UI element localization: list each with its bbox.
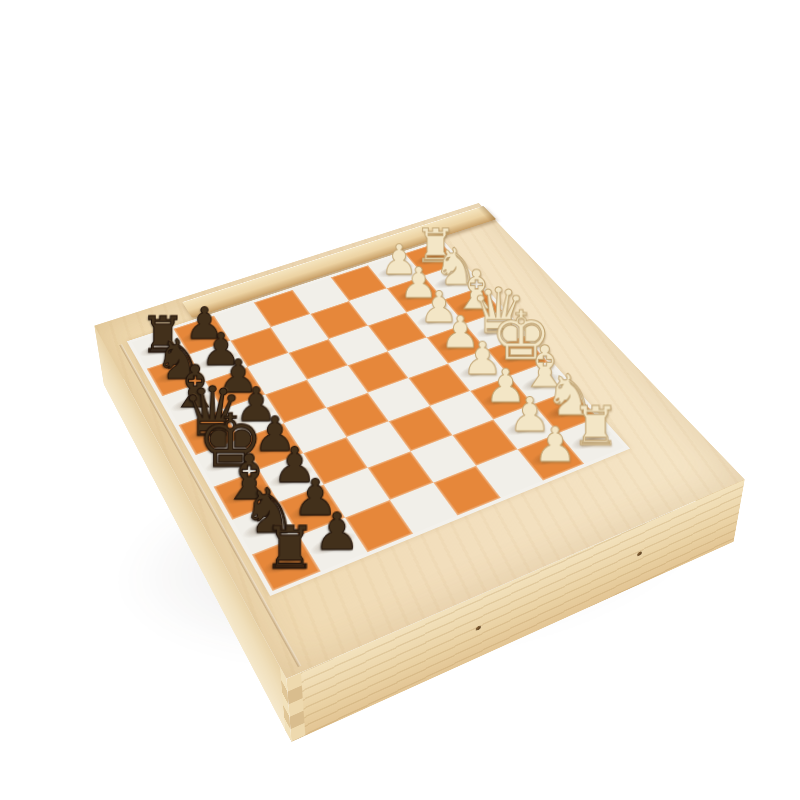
product-photo-stage: ♜♟♞♟♝♟♛♟♟♚♜♟♟♝♞♟♟♞♝♟♟♜♛♟♟♚♟♝♟♞♟♜	[0, 0, 800, 800]
scene: ♜♟♞♟♝♟♛♟♟♚♜♟♟♝♞♟♟♞♝♟♟♜♛♟♟♚♟♝♟♞♟♜	[0, 0, 800, 800]
screw-hole	[476, 625, 481, 631]
piece-light-r[interactable]: ♜	[571, 399, 619, 453]
screw-hole	[637, 551, 642, 557]
piece-dark-p[interactable]: ♟	[314, 506, 360, 557]
piece-light-p[interactable]: ♟	[533, 420, 576, 468]
piece-dark-r[interactable]: ♜	[263, 518, 316, 577]
wooden-chess-box: ♜♟♞♟♝♟♛♟♟♚♜♟♟♝♞♟♟♞♝♟♟♜♛♟♟♚♟♝♟♞♟♜	[95, 203, 745, 679]
